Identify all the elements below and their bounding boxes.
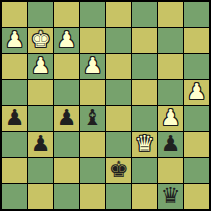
square-h2[interactable] [184,158,209,183]
white-pawn: ♟ [5,29,25,51]
white-pawn: ♟ [83,55,103,77]
square-b4[interactable] [28,106,53,131]
square-d4[interactable]: ♝ [80,106,105,131]
square-c5[interactable] [54,80,79,105]
square-d1[interactable] [80,184,105,209]
square-g7[interactable] [158,28,183,53]
square-a1[interactable] [2,184,27,209]
square-c8[interactable] [54,2,79,27]
square-g3[interactable]: ♟ [158,132,183,157]
square-f6[interactable] [132,54,157,79]
square-e7[interactable] [106,28,131,53]
square-h6[interactable] [184,54,209,79]
white-king: ♚ [31,29,51,51]
square-a3[interactable] [2,132,27,157]
white-pawn: ♟ [57,29,77,51]
square-a7[interactable]: ♟ [2,28,27,53]
square-b5[interactable] [28,80,53,105]
square-e5[interactable] [106,80,131,105]
square-c3[interactable] [54,132,79,157]
square-d8[interactable] [80,2,105,27]
square-f8[interactable] [132,2,157,27]
black-pawn: ♟ [57,107,77,129]
black-bishop: ♝ [83,107,103,129]
black-pawn: ♟ [161,133,181,155]
chess-board: ♟♚♟♟♟♟♟♟♝♟♟♛♟♚♛ [0,0,211,211]
square-b2[interactable] [28,158,53,183]
square-h4[interactable] [184,106,209,131]
square-h7[interactable] [184,28,209,53]
white-pawn: ♟ [31,55,51,77]
square-c4[interactable]: ♟ [54,106,79,131]
square-g5[interactable] [158,80,183,105]
square-d2[interactable] [80,158,105,183]
black-queen: ♛ [161,185,181,207]
black-pawn: ♟ [31,133,51,155]
square-b6[interactable]: ♟ [28,54,53,79]
square-a4[interactable]: ♟ [2,106,27,131]
square-f3[interactable]: ♛ [132,132,157,157]
square-e2[interactable]: ♚ [106,158,131,183]
square-a8[interactable] [2,2,27,27]
square-b1[interactable] [28,184,53,209]
square-e3[interactable] [106,132,131,157]
chess-board-grid: ♟♚♟♟♟♟♟♟♝♟♟♛♟♚♛ [2,2,209,209]
white-queen: ♛ [135,133,155,155]
square-d7[interactable] [80,28,105,53]
white-pawn: ♟ [187,81,207,103]
square-a2[interactable] [2,158,27,183]
square-d6[interactable]: ♟ [80,54,105,79]
square-f7[interactable] [132,28,157,53]
square-f5[interactable] [132,80,157,105]
square-h5[interactable]: ♟ [184,80,209,105]
square-g4[interactable]: ♟ [158,106,183,131]
square-g1[interactable]: ♛ [158,184,183,209]
square-c2[interactable] [54,158,79,183]
square-g2[interactable] [158,158,183,183]
white-pawn: ♟ [161,107,181,129]
square-c1[interactable] [54,184,79,209]
square-b7[interactable]: ♚ [28,28,53,53]
square-e1[interactable] [106,184,131,209]
square-h3[interactable] [184,132,209,157]
square-c6[interactable] [54,54,79,79]
square-e6[interactable] [106,54,131,79]
black-pawn: ♟ [5,107,25,129]
square-h1[interactable] [184,184,209,209]
square-b3[interactable]: ♟ [28,132,53,157]
square-e8[interactable] [106,2,131,27]
square-c7[interactable]: ♟ [54,28,79,53]
square-d5[interactable] [80,80,105,105]
square-h8[interactable] [184,2,209,27]
square-a5[interactable] [2,80,27,105]
square-b8[interactable] [28,2,53,27]
square-f2[interactable] [132,158,157,183]
square-g8[interactable] [158,2,183,27]
square-g6[interactable] [158,54,183,79]
black-king: ♚ [109,159,129,181]
square-d3[interactable] [80,132,105,157]
square-e4[interactable] [106,106,131,131]
square-f1[interactable] [132,184,157,209]
square-a6[interactable] [2,54,27,79]
square-f4[interactable] [132,106,157,131]
